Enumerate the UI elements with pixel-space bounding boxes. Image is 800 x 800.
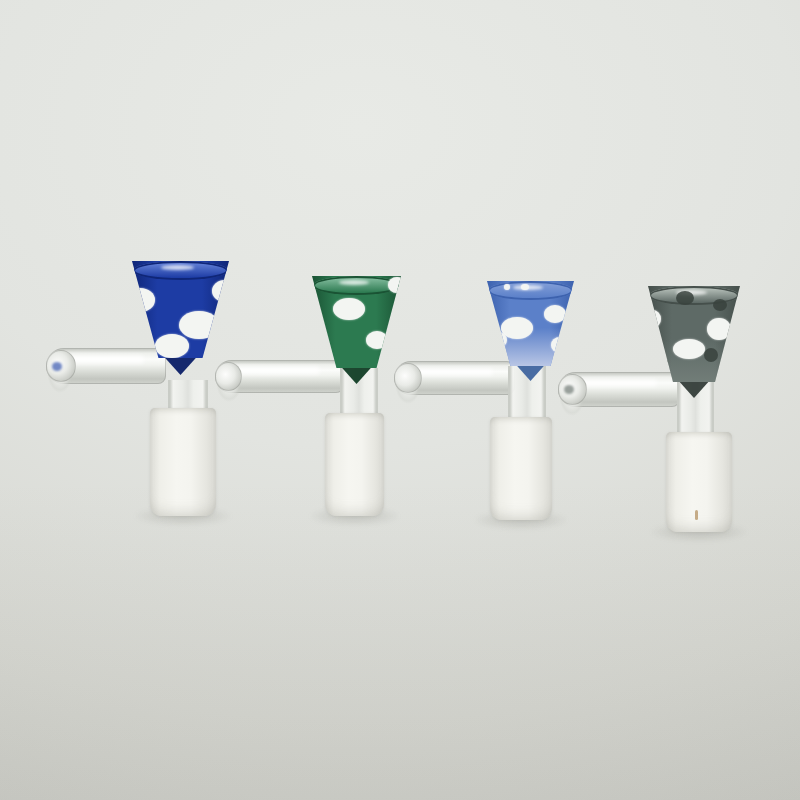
bowl-cone bbox=[648, 286, 740, 382]
dark-spot bbox=[704, 348, 718, 362]
polka-dot bbox=[707, 318, 731, 340]
dark-spot bbox=[713, 299, 727, 311]
dark-spot bbox=[676, 291, 694, 305]
scene-background bbox=[0, 0, 800, 800]
polka-dot bbox=[673, 339, 705, 359]
handle-tip-tint bbox=[564, 385, 574, 394]
polka-dot bbox=[645, 310, 661, 328]
handle-rod bbox=[558, 372, 680, 407]
bowl-smoke-grey bbox=[0, 0, 800, 800]
dark-spot bbox=[656, 357, 668, 369]
residue-speck bbox=[695, 510, 698, 520]
frosted-joint bbox=[666, 432, 732, 532]
